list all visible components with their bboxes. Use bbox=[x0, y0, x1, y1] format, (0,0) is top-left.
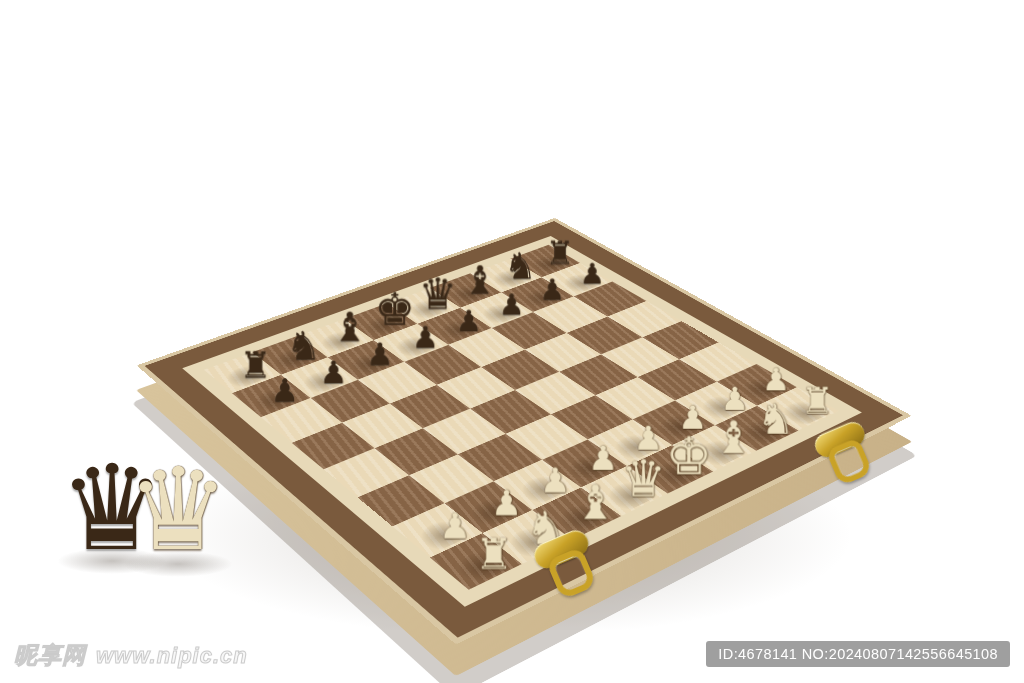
board-inner-border: ♜♞♝♚♛♝♞♜♟♟♟♟♟♟♟♟♟♟♟♟♟♟♟♟♜♞♝♛♚♝♞♜ bbox=[182, 236, 862, 607]
watermark-id-badge: ID:4678141 NO:20240807142556645108 bbox=[706, 641, 1010, 667]
white-rook-piece: ♜ bbox=[788, 383, 846, 420]
chess-board: ♜♞♝♚♛♝♞♜♟♟♟♟♟♟♟♟♟♟♟♟♟♟♟♟♜♞♝♛♚♝♞♜ bbox=[137, 218, 912, 645]
watermark-site-name: 昵享网 bbox=[14, 642, 86, 668]
watermark-site: 昵享网www.nipic.cn bbox=[14, 640, 248, 671]
watermark-site-url: www.nipic.cn bbox=[96, 643, 248, 668]
square-b4 bbox=[374, 428, 457, 475]
photo-canvas: ♜♞♝♚♛♝♞♜♟♟♟♟♟♟♟♟♟♟♟♟♟♟♟♟♜♞♝♛♚♝♞♜ ♛ ♛ 昵享网… bbox=[0, 0, 1024, 683]
board-scene: ♜♞♝♚♛♝♞♜♟♟♟♟♟♟♟♟♟♟♟♟♟♟♟♟♜♞♝♛♚♝♞♜ bbox=[0, 0, 1024, 683]
extra-light-queen-piece: ♛ bbox=[113, 456, 243, 564]
